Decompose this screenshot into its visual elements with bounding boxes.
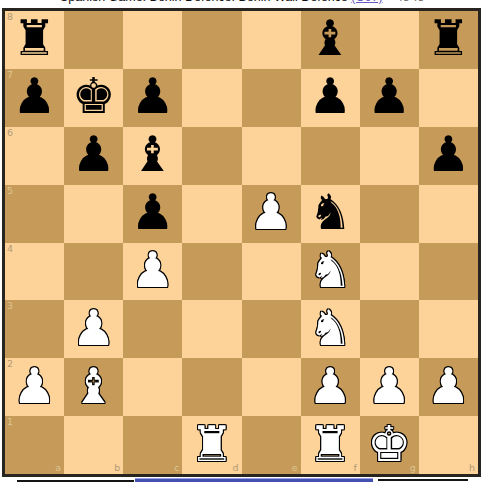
square-d6	[182, 127, 241, 185]
square-d3	[182, 300, 241, 358]
square-b6: ♟	[64, 127, 123, 185]
square-g8	[360, 11, 419, 69]
square-a8: 8♜	[5, 11, 64, 69]
square-h4	[419, 243, 478, 301]
square-e4	[242, 243, 301, 301]
square-f4: ♞	[301, 243, 360, 301]
square-a6: 6	[5, 127, 64, 185]
piece-white-pawn: ♟	[72, 304, 116, 353]
rank-label-6: 6	[7, 128, 13, 138]
square-h1: h	[419, 416, 478, 474]
square-a7: 7♟	[5, 69, 64, 127]
square-g2: ♟	[360, 358, 419, 416]
square-c8	[123, 11, 182, 69]
file-label-a: a	[55, 463, 61, 473]
square-h5	[419, 185, 478, 243]
square-f5: ♞	[301, 185, 360, 243]
file-label-e: e	[292, 463, 298, 473]
square-b2: ♝	[64, 358, 123, 416]
square-a4: 4	[5, 243, 64, 301]
square-f3: ♞	[301, 300, 360, 358]
piece-black-pawn: ♟	[72, 130, 116, 179]
rank-label-1: 1	[7, 417, 13, 427]
rank-label-3: 3	[7, 301, 13, 311]
square-h2: ♟	[419, 358, 478, 416]
piece-white-rook: ♜	[308, 420, 352, 469]
rank-label-5: 5	[7, 186, 13, 196]
piece-black-pawn: ♟	[131, 72, 175, 121]
square-c6: ♝	[123, 127, 182, 185]
square-e5: ♟	[242, 185, 301, 243]
square-c5: ♟	[123, 185, 182, 243]
square-g1: g♚	[360, 416, 419, 474]
piece-black-pawn: ♟	[426, 130, 470, 179]
file-label-f: f	[353, 463, 356, 473]
file-label-b: b	[114, 463, 120, 473]
square-e2	[242, 358, 301, 416]
square-c3	[123, 300, 182, 358]
square-g4	[360, 243, 419, 301]
piece-white-knight: ♞	[308, 304, 352, 353]
piece-white-pawn: ♟	[131, 246, 175, 295]
piece-black-pawn: ♟	[13, 72, 57, 121]
square-b5	[64, 185, 123, 243]
square-f8: ♝	[301, 11, 360, 69]
piece-white-pawn: ♟	[426, 362, 470, 411]
square-h7	[419, 69, 478, 127]
square-g5	[360, 185, 419, 243]
square-e3	[242, 300, 301, 358]
square-f7: ♟	[301, 69, 360, 127]
square-g3	[360, 300, 419, 358]
piece-black-pawn: ♟	[367, 72, 411, 121]
chess-board: 8♜♝♜7♟♚♟♟♟6♟♝♟5♟♟♞4♟♞3♟♞2♟♝♟♟♟1abcd♜ef♜g…	[2, 8, 481, 477]
square-a3: 3	[5, 300, 64, 358]
square-e7	[242, 69, 301, 127]
piece-white-knight: ♞	[308, 246, 352, 295]
square-e1: e	[242, 416, 301, 474]
square-d1: d♜	[182, 416, 241, 474]
piece-black-pawn: ♟	[131, 188, 175, 237]
square-g7: ♟	[360, 69, 419, 127]
piece-black-pawn: ♟	[308, 72, 352, 121]
piece-white-king: ♚	[367, 420, 411, 469]
rank-label-4: 4	[7, 244, 13, 254]
square-b4	[64, 243, 123, 301]
square-g6	[360, 127, 419, 185]
piece-white-pawn: ♟	[308, 362, 352, 411]
square-d8	[182, 11, 241, 69]
file-label-h: h	[469, 463, 475, 473]
piece-black-knight: ♞	[308, 188, 352, 237]
clipped-element-edge-center	[135, 478, 373, 482]
square-f2: ♟	[301, 358, 360, 416]
piece-white-pawn: ♟	[249, 188, 293, 237]
square-d4	[182, 243, 241, 301]
square-h6: ♟	[419, 127, 478, 185]
square-c4: ♟	[123, 243, 182, 301]
square-f6	[301, 127, 360, 185]
piece-white-bishop: ♝	[72, 362, 116, 411]
piece-black-king: ♚	[72, 72, 116, 121]
piece-white-rook: ♜	[190, 420, 234, 469]
square-d2	[182, 358, 241, 416]
square-a5: 5	[5, 185, 64, 243]
square-h3	[419, 300, 478, 358]
square-b8	[64, 11, 123, 69]
clipped-element-edge-right	[378, 479, 468, 481]
page-title: Spanish Game: Berlin Defence: Berlin Wal…	[0, 0, 483, 6]
piece-white-pawn: ♟	[13, 362, 57, 411]
piece-black-bishop: ♝	[308, 14, 352, 63]
square-e6	[242, 127, 301, 185]
square-c1: c	[123, 416, 182, 474]
square-b7: ♚	[64, 69, 123, 127]
square-d7	[182, 69, 241, 127]
piece-black-rook: ♜	[13, 14, 57, 63]
square-h8: ♜	[419, 11, 478, 69]
square-d5	[182, 185, 241, 243]
piece-black-rook: ♜	[426, 14, 470, 63]
square-a1: 1a	[5, 416, 64, 474]
square-f1: f♜	[301, 416, 360, 474]
square-a2: 2♟	[5, 358, 64, 416]
piece-white-pawn: ♟	[367, 362, 411, 411]
square-c2	[123, 358, 182, 416]
square-e8	[242, 11, 301, 69]
eco-code-link[interactable]: (C67)	[351, 0, 382, 4]
square-c7: ♟	[123, 69, 182, 127]
opening-name-text: Spanish Game: Berlin Defence: Berlin Wal…	[60, 0, 348, 4]
square-b3: ♟	[64, 300, 123, 358]
piece-black-bishop: ♝	[131, 130, 175, 179]
square-b1: b	[64, 416, 123, 474]
game-result-text: ½-½	[398, 0, 423, 4]
file-label-c: c	[174, 463, 179, 473]
